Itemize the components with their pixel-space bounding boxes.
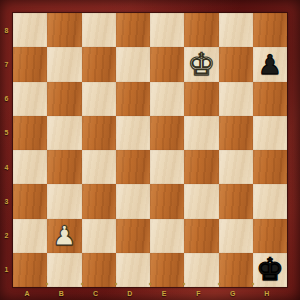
square-c2[interactable] (82, 219, 116, 253)
rank-label-1: 1 (0, 253, 13, 287)
square-c8[interactable] (82, 13, 116, 47)
seam-pin (252, 283, 254, 285)
chess-board: ♚♟♟♚ (13, 13, 287, 287)
square-e5[interactable] (150, 116, 184, 150)
rank-label-4: 4 (0, 150, 13, 184)
file-label-g: G (216, 287, 250, 300)
square-f4[interactable] (184, 150, 218, 184)
square-c1[interactable] (82, 253, 116, 287)
square-d2[interactable] (116, 219, 150, 253)
file-label-f: F (181, 287, 215, 300)
square-b1[interactable] (47, 253, 81, 287)
seam-pin (149, 283, 151, 285)
square-b8[interactable] (47, 13, 81, 47)
seam-pin (218, 283, 220, 285)
square-e7[interactable] (150, 47, 184, 81)
square-d7[interactable] (116, 47, 150, 81)
square-b6[interactable] (47, 82, 81, 116)
rank-label-3: 3 (0, 184, 13, 218)
file-label-b: B (44, 287, 78, 300)
square-g5[interactable] (219, 116, 253, 150)
square-c5[interactable] (82, 116, 116, 150)
square-b2[interactable]: ♟ (47, 219, 81, 253)
file-label-c: C (79, 287, 113, 300)
square-h3[interactable] (253, 184, 287, 218)
file-label-e: E (147, 287, 181, 300)
square-c4[interactable] (82, 150, 116, 184)
square-a4[interactable] (13, 150, 47, 184)
square-h7[interactable]: ♟ (253, 47, 287, 81)
square-b3[interactable] (47, 184, 81, 218)
square-c6[interactable] (82, 82, 116, 116)
square-g3[interactable] (219, 184, 253, 218)
square-f3[interactable] (184, 184, 218, 218)
black-pawn[interactable]: ♟ (258, 51, 282, 78)
square-f7[interactable]: ♚ (184, 47, 218, 81)
file-label-d: D (113, 287, 147, 300)
black-king[interactable]: ♚ (256, 254, 284, 285)
square-f2[interactable] (184, 219, 218, 253)
square-a6[interactable] (13, 82, 47, 116)
square-e4[interactable] (150, 150, 184, 184)
square-e6[interactable] (150, 82, 184, 116)
square-b7[interactable] (47, 47, 81, 81)
square-c3[interactable] (82, 184, 116, 218)
square-f1[interactable] (184, 253, 218, 287)
square-a1[interactable] (13, 253, 47, 287)
square-g1[interactable] (219, 253, 253, 287)
rank-label-6: 6 (0, 82, 13, 116)
square-f8[interactable] (184, 13, 218, 47)
square-g8[interactable] (219, 13, 253, 47)
square-g4[interactable] (219, 150, 253, 184)
square-b5[interactable] (47, 116, 81, 150)
square-h4[interactable] (253, 150, 287, 184)
seam-pin (115, 283, 117, 285)
square-g2[interactable] (219, 219, 253, 253)
square-a8[interactable] (13, 13, 47, 47)
file-label-h: H (250, 287, 284, 300)
square-h2[interactable] (253, 219, 287, 253)
square-d4[interactable] (116, 150, 150, 184)
file-label-a: A (10, 287, 44, 300)
square-d3[interactable] (116, 184, 150, 218)
rank-label-8: 8 (0, 13, 13, 47)
square-a5[interactable] (13, 116, 47, 150)
square-h5[interactable] (253, 116, 287, 150)
square-g6[interactable] (219, 82, 253, 116)
square-h6[interactable] (253, 82, 287, 116)
square-g7[interactable] (219, 47, 253, 81)
square-d5[interactable] (116, 116, 150, 150)
rank-label-7: 7 (0, 47, 13, 81)
square-f5[interactable] (184, 116, 218, 150)
square-a7[interactable] (13, 47, 47, 81)
square-d8[interactable] (116, 13, 150, 47)
square-c7[interactable] (82, 47, 116, 81)
square-a3[interactable] (13, 184, 47, 218)
square-e3[interactable] (150, 184, 184, 218)
rank-label-5: 5 (0, 116, 13, 150)
white-pawn[interactable]: ♟ (52, 222, 76, 249)
square-b4[interactable] (47, 150, 81, 184)
square-e8[interactable] (150, 13, 184, 47)
square-e1[interactable] (150, 253, 184, 287)
square-a2[interactable] (13, 219, 47, 253)
rank-label-2: 2 (0, 219, 13, 253)
square-d6[interactable] (116, 82, 150, 116)
chess-board-frame: ♚♟♟♚ 87654321ABCDEFGH (0, 0, 300, 300)
white-king[interactable]: ♚ (187, 49, 215, 80)
seam-pin (81, 283, 83, 285)
square-d1[interactable] (116, 253, 150, 287)
square-f6[interactable] (184, 82, 218, 116)
square-h1[interactable]: ♚ (253, 253, 287, 287)
square-e2[interactable] (150, 219, 184, 253)
square-h8[interactable] (253, 13, 287, 47)
